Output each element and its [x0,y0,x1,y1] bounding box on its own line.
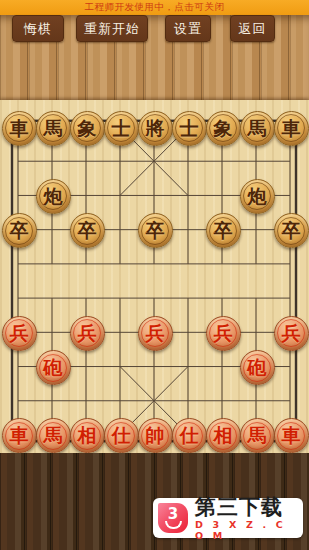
piece-red-advisor[interactable]: 仕 [172,418,207,453]
piece-character: 相 [78,426,97,445]
piece-red-horse[interactable]: 馬 [36,418,71,453]
site-watermark-badge[interactable]: 3 第三下载 D 3 X Z . C O M [153,498,303,538]
dev-notice-banner[interactable]: 工程师开发使用中，点击可关闭 [0,0,309,15]
piece-black-cannon[interactable]: 炮 [36,179,71,214]
piece-character: 卒 [10,221,29,240]
piece-character: 兵 [78,324,97,343]
piece-red-soldier[interactable]: 兵 [70,316,105,351]
xiangqi-app: 工程师开发使用中，点击可关闭 悔棋 重新开始 设置 返回 車馬象士將士象馬車炮炮… [0,0,309,550]
piece-black-soldier[interactable]: 卒 [274,213,309,248]
xiangqi-board[interactable]: 車馬象士將士象馬車炮炮卒卒卒卒卒兵兵兵兵兵砲砲車馬相仕帥仕相馬車 [0,100,309,453]
board-grid-lines [0,100,309,453]
piece-red-elephant[interactable]: 相 [70,418,105,453]
undo-button[interactable]: 悔棋 [12,15,64,42]
piece-black-general[interactable]: 將 [138,111,173,146]
piece-red-horse[interactable]: 馬 [240,418,275,453]
piece-black-advisor[interactable]: 士 [172,111,207,146]
piece-character: 士 [112,119,131,138]
d3xz-logo-icon: 3 [158,503,188,533]
watermark-text: 第三下载 D 3 X Z . C O M [195,496,303,541]
piece-character: 將 [146,119,165,138]
piece-red-soldier[interactable]: 兵 [206,316,241,351]
piece-character: 車 [10,426,29,445]
piece-black-chariot[interactable]: 車 [2,111,37,146]
piece-character: 炮 [248,187,267,206]
piece-character: 仕 [112,426,131,445]
piece-character: 馬 [248,119,267,138]
piece-character: 兵 [10,324,29,343]
piece-character: 卒 [282,221,301,240]
piece-black-soldier[interactable]: 卒 [70,213,105,248]
piece-red-chariot[interactable]: 車 [274,418,309,453]
piece-character: 車 [282,119,301,138]
piece-character: 仕 [180,426,199,445]
piece-red-chariot[interactable]: 車 [2,418,37,453]
piece-red-soldier[interactable]: 兵 [274,316,309,351]
piece-black-chariot[interactable]: 車 [274,111,309,146]
restart-button[interactable]: 重新开始 [76,15,148,42]
piece-character: 車 [10,119,29,138]
piece-character: 兵 [282,324,301,343]
piece-character: 砲 [44,358,63,377]
piece-character: 砲 [248,358,267,377]
piece-character: 卒 [146,221,165,240]
piece-character: 兵 [146,324,165,343]
piece-black-soldier[interactable]: 卒 [206,213,241,248]
piece-character: 帥 [146,426,165,445]
piece-black-soldier[interactable]: 卒 [138,213,173,248]
back-button[interactable]: 返回 [230,15,275,42]
piece-character: 士 [180,119,199,138]
dev-notice-text: 工程师开发使用中，点击可关闭 [85,1,225,14]
piece-red-general[interactable]: 帥 [138,418,173,453]
piece-black-soldier[interactable]: 卒 [2,213,37,248]
piece-black-advisor[interactable]: 士 [104,111,139,146]
piece-black-horse[interactable]: 馬 [36,111,71,146]
piece-character: 象 [78,119,97,138]
piece-black-elephant[interactable]: 象 [206,111,241,146]
piece-character: 炮 [44,187,63,206]
piece-character: 相 [214,426,233,445]
settings-button[interactable]: 设置 [165,15,211,42]
piece-black-elephant[interactable]: 象 [70,111,105,146]
piece-character: 卒 [78,221,97,240]
piece-red-cannon[interactable]: 砲 [36,350,71,385]
watermark-domain: D 3 X Z . C O M [195,519,303,541]
watermark-title: 第三下载 [195,496,303,518]
piece-character: 馬 [248,426,267,445]
piece-character: 卒 [214,221,233,240]
piece-red-cannon[interactable]: 砲 [240,350,275,385]
logo-3-glyph: 3 [168,508,178,520]
piece-character: 馬 [44,426,63,445]
piece-red-elephant[interactable]: 相 [206,418,241,453]
piece-character: 象 [214,119,233,138]
piece-character: 馬 [44,119,63,138]
piece-red-soldier[interactable]: 兵 [138,316,173,351]
logo-download-tray [165,521,182,529]
piece-black-cannon[interactable]: 炮 [240,179,275,214]
piece-character: 兵 [214,324,233,343]
toolbar: 悔棋 重新开始 设置 返回 [0,15,309,42]
piece-red-soldier[interactable]: 兵 [2,316,37,351]
piece-black-horse[interactable]: 馬 [240,111,275,146]
piece-red-advisor[interactable]: 仕 [104,418,139,453]
piece-character: 車 [282,426,301,445]
